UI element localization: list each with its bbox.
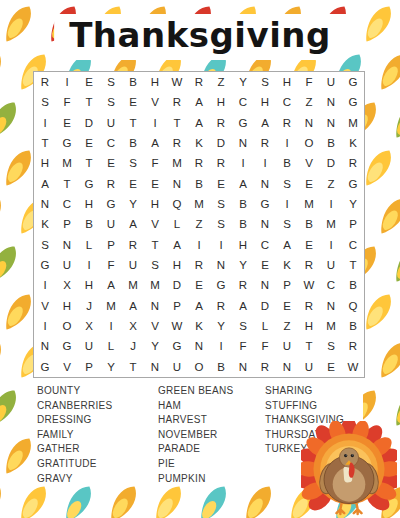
grid-cell[interactable]: L	[254, 316, 276, 336]
grid-cell[interactable]: W	[342, 357, 364, 377]
grid-cell[interactable]: B	[232, 194, 254, 214]
grid-cell[interactable]: C	[254, 235, 276, 255]
grid-cell[interactable]: T	[122, 113, 144, 133]
grid-cell[interactable]: B	[122, 133, 144, 153]
grid-cell[interactable]: A	[100, 275, 122, 295]
word-list-item: HARVEST	[158, 413, 265, 428]
grid-cell[interactable]: R	[210, 113, 232, 133]
grid-cell[interactable]: H	[78, 275, 100, 295]
grid-cell[interactable]: A	[188, 92, 210, 112]
grid-cell[interactable]: X	[78, 316, 100, 336]
grid-cell[interactable]: S	[210, 214, 232, 234]
grid-cell[interactable]: G	[210, 275, 232, 295]
grid-cell[interactable]: G	[78, 174, 100, 194]
grid-cell[interactable]: X	[122, 316, 144, 336]
word-list-item: FAMILY	[37, 428, 158, 443]
grid-cell[interactable]: R	[342, 153, 364, 173]
grid-cell[interactable]: B	[232, 214, 254, 234]
grid-cell[interactable]: P	[56, 214, 78, 234]
grid-cell[interactable]: V	[144, 92, 166, 112]
grid-cell[interactable]: N	[254, 174, 276, 194]
grid-cell[interactable]: R	[188, 153, 210, 173]
grid-cell[interactable]: S	[34, 92, 56, 112]
grid-cell[interactable]: R	[254, 357, 276, 377]
grid-cell[interactable]: E	[122, 92, 144, 112]
grid-cell[interactable]: U	[320, 255, 342, 275]
grid-cell[interactable]: R	[166, 133, 188, 153]
grid-cell[interactable]: I	[78, 255, 100, 275]
grid-cell[interactable]: M	[56, 153, 78, 173]
grid-cell[interactable]: N	[188, 336, 210, 356]
grid-cell[interactable]: E	[276, 296, 298, 316]
grid-cell[interactable]: P	[78, 357, 100, 377]
grid-cell[interactable]: Q	[342, 296, 364, 316]
grid-cell[interactable]: V	[144, 214, 166, 234]
grid-cell[interactable]: N	[298, 113, 320, 133]
grid-cell[interactable]: N	[56, 235, 78, 255]
grid-cell[interactable]: I	[144, 113, 166, 133]
word-list-column: BOUNTYCRANBERRIESDRESSINGFAMILYGATHERGRA…	[37, 384, 158, 486]
grid-cell[interactable]: E	[144, 174, 166, 194]
grid-cell[interactable]: M	[188, 194, 210, 214]
grid-cell[interactable]: R	[210, 153, 232, 173]
grid-cell[interactable]: N	[34, 336, 56, 356]
word-list-item: SHARING	[265, 384, 363, 399]
grid-cell[interactable]: Z	[320, 174, 342, 194]
grid-cell[interactable]: E	[320, 357, 342, 377]
grid-cell[interactable]: Y	[100, 357, 122, 377]
grid-cell[interactable]: Y	[144, 336, 166, 356]
grid-cell[interactable]: N	[276, 357, 298, 377]
grid-cell[interactable]: L	[166, 214, 188, 234]
grid-cell[interactable]: G	[342, 174, 364, 194]
grid-cell[interactable]: R	[298, 255, 320, 275]
grid-cell[interactable]: T	[56, 174, 78, 194]
grid-cell[interactable]: S	[122, 153, 144, 173]
grid-cell[interactable]: R	[34, 72, 56, 92]
grid-cell[interactable]: N	[254, 214, 276, 234]
grid-cell[interactable]: T	[34, 133, 56, 153]
grid-cell[interactable]: N	[144, 357, 166, 377]
grid-cell[interactable]: U	[166, 357, 188, 377]
grid-cell[interactable]: B	[122, 72, 144, 92]
grid-cell[interactable]: E	[78, 133, 100, 153]
grid-cell[interactable]: A	[144, 133, 166, 153]
grid-cell[interactable]: G	[342, 92, 364, 112]
grid-cell[interactable]: R	[166, 92, 188, 112]
grid-cell[interactable]: A	[34, 174, 56, 194]
grid-cell[interactable]: G	[254, 194, 276, 214]
grid-cell[interactable]: D	[320, 153, 342, 173]
grid-cell[interactable]: U	[56, 255, 78, 275]
grid-cell[interactable]: N	[144, 296, 166, 316]
grid-cell[interactable]: R	[276, 113, 298, 133]
grid-cell[interactable]: S	[144, 255, 166, 275]
grid-cell[interactable]: N	[210, 255, 232, 275]
grid-cell[interactable]: I	[34, 113, 56, 133]
grid-cell[interactable]: M	[144, 275, 166, 295]
grid-cell[interactable]: E	[210, 174, 232, 194]
grid-cell[interactable]: F	[144, 153, 166, 173]
grid-cell[interactable]: I	[254, 153, 276, 173]
grid-cell[interactable]: F	[100, 255, 122, 275]
grid-cell[interactable]: T	[122, 357, 144, 377]
grid-cell[interactable]: E	[122, 174, 144, 194]
grid-cell[interactable]: T	[78, 153, 100, 173]
grid-cell[interactable]: I	[210, 235, 232, 255]
grid-cell[interactable]: B	[210, 357, 232, 377]
grid-cell[interactable]: B	[276, 153, 298, 173]
grid-cell[interactable]: N	[254, 275, 276, 295]
grid-cell[interactable]: U	[122, 255, 144, 275]
grid-cell[interactable]: I	[320, 235, 342, 255]
word-list-item: GREEN BEANS	[158, 384, 265, 399]
grid-cell[interactable]: Y	[232, 72, 254, 92]
grid-cell[interactable]: H	[166, 255, 188, 275]
grid-cell[interactable]: B	[342, 316, 364, 336]
grid-cell[interactable]: A	[188, 113, 210, 133]
grid-cell[interactable]: I	[100, 316, 122, 336]
grid-cell[interactable]: G	[34, 255, 56, 275]
grid-cell[interactable]: C	[56, 194, 78, 214]
grid-cell[interactable]: H	[298, 316, 320, 336]
grid-cell[interactable]: G	[34, 357, 56, 377]
grid-cell[interactable]: E	[100, 153, 122, 173]
grid-cell[interactable]: T	[342, 255, 364, 275]
grid-cell[interactable]: D	[166, 275, 188, 295]
grid-cell[interactable]: M	[122, 275, 144, 295]
grid-cell[interactable]: U	[100, 214, 122, 234]
word-list-item: HAM	[158, 399, 265, 414]
grid-cell[interactable]: K	[342, 133, 364, 153]
grid-cell[interactable]: F	[232, 336, 254, 356]
grid-cell[interactable]: S	[320, 336, 342, 356]
grid-cell[interactable]: R	[210, 296, 232, 316]
grid-cell[interactable]: I	[276, 194, 298, 214]
grid-cell[interactable]: B	[298, 214, 320, 234]
grid-cell[interactable]: R	[188, 255, 210, 275]
grid-cell[interactable]: C	[232, 92, 254, 112]
grid-cell[interactable]: Y	[342, 194, 364, 214]
grid-cell[interactable]: B	[320, 133, 342, 153]
word-list-item: PUMPKIN	[158, 472, 265, 487]
grid-cell[interactable]: A	[232, 174, 254, 194]
grid-cell[interactable]: H	[232, 235, 254, 255]
word-list-item: DRESSING	[37, 413, 158, 428]
grid-cell[interactable]: S	[254, 72, 276, 92]
grid-cell[interactable]: D	[78, 113, 100, 133]
grid-cell[interactable]: N	[320, 296, 342, 316]
grid-cell[interactable]: G	[100, 194, 122, 214]
grid-cell[interactable]: V	[34, 296, 56, 316]
grid-cell[interactable]: I	[188, 235, 210, 255]
grid-cell[interactable]: V	[56, 357, 78, 377]
grid-cell[interactable]: F	[298, 72, 320, 92]
grid-cell[interactable]: I	[276, 133, 298, 153]
grid-cell[interactable]: I	[320, 194, 342, 214]
grid-cell[interactable]: A	[122, 214, 144, 234]
grid-cell[interactable]: A	[254, 113, 276, 133]
grid-cell[interactable]: K	[188, 316, 210, 336]
grid-cell[interactable]: N	[232, 133, 254, 153]
grid-cell[interactable]: G	[56, 133, 78, 153]
word-list-item: PARADE	[158, 442, 265, 457]
grid-cell[interactable]: D	[254, 296, 276, 316]
grid-cell[interactable]: R	[298, 296, 320, 316]
grid-cell[interactable]: A	[166, 235, 188, 255]
grid-cell[interactable]: R	[122, 235, 144, 255]
grid-cell[interactable]: H	[78, 194, 100, 214]
grid-cell[interactable]: I	[34, 316, 56, 336]
grid-cell[interactable]: U	[100, 113, 122, 133]
grid-cell[interactable]: L	[78, 235, 100, 255]
grid-cell[interactable]: N	[320, 113, 342, 133]
grid-cell[interactable]: T	[144, 235, 166, 255]
grid-cell[interactable]: I	[34, 275, 56, 295]
grid-cell[interactable]: H	[254, 92, 276, 112]
grid-cell[interactable]: N	[232, 357, 254, 377]
grid-cell[interactable]: D	[210, 133, 232, 153]
word-list-item: PIE	[158, 457, 265, 472]
grid-cell[interactable]: A	[232, 296, 254, 316]
grid-cell[interactable]: X	[56, 275, 78, 295]
word-search-grid[interactable]: RIESBHWRZYSHFUGSFTSEVRAHCHCZNGIEDUTITARG…	[33, 71, 365, 378]
grid-cell[interactable]: S	[232, 316, 254, 336]
grid-cell[interactable]: C	[342, 235, 364, 255]
grid-cell[interactable]: U	[276, 336, 298, 356]
grid-cell[interactable]: R	[100, 174, 122, 194]
grid-cell[interactable]: M	[298, 194, 320, 214]
grid-cell[interactable]: P	[100, 235, 122, 255]
grid-cell[interactable]: Z	[276, 316, 298, 336]
grid-cell[interactable]: Z	[210, 72, 232, 92]
grid-cell[interactable]: Y	[210, 316, 232, 336]
grid-cell[interactable]: A	[276, 235, 298, 255]
grid-cell[interactable]: H	[210, 92, 232, 112]
grid-cell[interactable]: S	[210, 194, 232, 214]
grid-cell[interactable]: P	[342, 214, 364, 234]
grid-cell[interactable]: K	[34, 214, 56, 234]
grid-cell[interactable]: G	[56, 336, 78, 356]
grid-cell[interactable]: E	[298, 235, 320, 255]
grid-cell[interactable]: B	[188, 174, 210, 194]
grid-cell[interactable]: M	[320, 214, 342, 234]
grid-cell[interactable]: F	[254, 336, 276, 356]
grid-cell[interactable]: L	[100, 336, 122, 356]
grid-cell[interactable]: W	[298, 275, 320, 295]
grid-cell[interactable]: M	[100, 296, 122, 316]
grid-cell[interactable]: U	[298, 357, 320, 377]
grid-cell[interactable]: H	[144, 194, 166, 214]
grid-cell[interactable]: Y	[122, 194, 144, 214]
grid-cell[interactable]: M	[342, 113, 364, 133]
word-list-item: STUFFING	[265, 399, 363, 414]
grid-cell[interactable]: S	[34, 235, 56, 255]
grid-cell[interactable]: R	[254, 133, 276, 153]
grid-cell[interactable]: O	[56, 316, 78, 336]
grid-cell[interactable]: C	[100, 133, 122, 153]
grid-cell[interactable]: J	[122, 336, 144, 356]
turkey-icon	[301, 421, 397, 517]
puzzle-title: Thanksgiving	[69, 15, 331, 55]
grid-cell[interactable]: P	[166, 296, 188, 316]
page: Thanksgiving RIESBHWRZYSHFUGSFTSEVRAHCHC…	[0, 0, 400, 518]
grid-cell[interactable]: E	[298, 174, 320, 194]
grid-cell[interactable]: R	[188, 72, 210, 92]
grid-cell[interactable]: V	[144, 316, 166, 336]
grid-cell[interactable]: H	[34, 153, 56, 173]
title-banner: Thanksgiving	[54, 14, 346, 60]
word-list-item: CRANBERRIES	[37, 399, 158, 414]
grid-cell[interactable]: O	[298, 133, 320, 153]
grid-cell[interactable]: Z	[188, 214, 210, 234]
grid-cell[interactable]: G	[342, 72, 364, 92]
grid-cell[interactable]: H	[276, 72, 298, 92]
grid-cell[interactable]: E	[56, 113, 78, 133]
grid-cell[interactable]: S	[100, 72, 122, 92]
grid-cell[interactable]: C	[276, 92, 298, 112]
grid-cell[interactable]: I	[210, 336, 232, 356]
grid-cell[interactable]: M	[166, 153, 188, 173]
word-list-item: GRATITUDE	[37, 457, 158, 472]
grid-cell[interactable]: S	[276, 214, 298, 234]
grid-cell[interactable]: E	[254, 255, 276, 275]
grid-cell[interactable]: E	[188, 275, 210, 295]
word-list-item: NOVEMBER	[158, 428, 265, 443]
word-list-item: GATHER	[37, 442, 158, 457]
grid-cell[interactable]: U	[320, 72, 342, 92]
grid-cell[interactable]: W	[166, 316, 188, 336]
grid-cell[interactable]: I	[232, 153, 254, 173]
grid-cell[interactable]: P	[276, 275, 298, 295]
grid-cell[interactable]: C	[320, 275, 342, 295]
grid-cell[interactable]: O	[188, 357, 210, 377]
grid-cell[interactable]: K	[188, 133, 210, 153]
grid-cell[interactable]: G	[166, 336, 188, 356]
grid-cell[interactable]: B	[342, 275, 364, 295]
grid-cell[interactable]: S	[276, 174, 298, 194]
grid-cell[interactable]: Z	[298, 92, 320, 112]
grid-cell[interactable]: J	[78, 296, 100, 316]
grid-cell[interactable]: T	[78, 92, 100, 112]
grid-cell[interactable]: R	[342, 336, 364, 356]
grid-cell[interactable]: K	[276, 255, 298, 275]
word-list-column: GREEN BEANSHAMHARVESTNOVEMBERPARADEPIEPU…	[158, 384, 265, 486]
grid-cell[interactable]: E	[78, 72, 100, 92]
grid-cell[interactable]: N	[166, 174, 188, 194]
grid-cell[interactable]: F	[56, 92, 78, 112]
grid-cell[interactable]: B	[78, 214, 100, 234]
grid-cell[interactable]: Y	[232, 255, 254, 275]
grid-cell[interactable]: I	[56, 72, 78, 92]
grid-cell[interactable]: S	[100, 92, 122, 112]
grid-cell[interactable]: M	[320, 316, 342, 336]
grid-cell[interactable]: V	[298, 153, 320, 173]
grid-cell[interactable]: Q	[166, 194, 188, 214]
grid-cell[interactable]: G	[232, 113, 254, 133]
grid-cell[interactable]: T	[298, 336, 320, 356]
grid-cell[interactable]: W	[166, 72, 188, 92]
word-list-item: BOUNTY	[37, 384, 158, 399]
grid-cell[interactable]: A	[122, 296, 144, 316]
grid-cell[interactable]: N	[320, 92, 342, 112]
grid-cell[interactable]: U	[78, 336, 100, 356]
grid-cell[interactable]: N	[34, 194, 56, 214]
grid-cell[interactable]: T	[166, 113, 188, 133]
grid-cell[interactable]: R	[232, 275, 254, 295]
word-list-item: GRAVY	[37, 472, 158, 487]
grid-cell[interactable]: H	[144, 72, 166, 92]
grid-cell[interactable]: A	[188, 296, 210, 316]
grid-cell[interactable]: H	[56, 296, 78, 316]
